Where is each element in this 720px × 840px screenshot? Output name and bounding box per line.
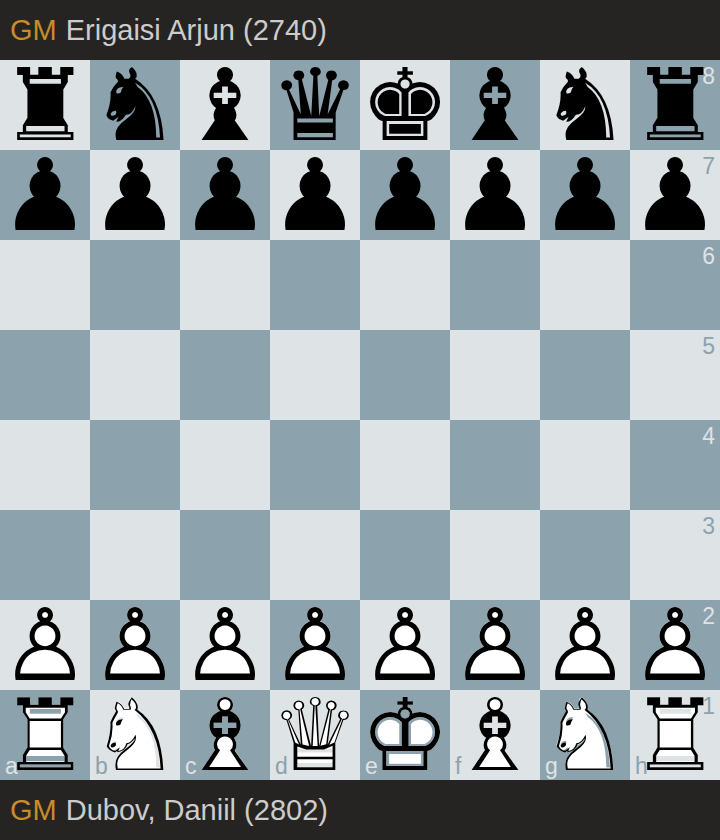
black-pawn[interactable]: ♟ xyxy=(540,150,630,240)
square-d4[interactable] xyxy=(270,420,360,510)
black-piece-glyph: ♟ xyxy=(630,150,720,240)
white-piece-outline: ♘ xyxy=(90,690,180,780)
black-piece-glyph: ♟ xyxy=(90,150,180,240)
square-f6[interactable] xyxy=(450,240,540,330)
black-pawn[interactable]: ♟ xyxy=(90,150,180,240)
square-a6[interactable] xyxy=(0,240,90,330)
white-piece-outline: ♘ xyxy=(540,690,630,780)
square-g6[interactable] xyxy=(540,240,630,330)
square-d1[interactable]: ♛♕d xyxy=(270,690,360,780)
square-c1[interactable]: ♝♗c xyxy=(180,690,270,780)
square-e7[interactable]: ♟ xyxy=(360,150,450,240)
white-knight[interactable]: ♞♘ xyxy=(540,690,630,780)
chess-game-view: GM Erigaisi Arjun (2740) ♜♞♝♛♚♝♞♜8♟♟♟♟♟♟… xyxy=(0,0,720,840)
black-piece-glyph: ♟ xyxy=(180,150,270,240)
square-h5[interactable]: 5 xyxy=(630,330,720,420)
square-h4[interactable]: 4 xyxy=(630,420,720,510)
square-a5[interactable] xyxy=(0,330,90,420)
square-c4[interactable] xyxy=(180,420,270,510)
square-b4[interactable] xyxy=(90,420,180,510)
square-c7[interactable]: ♟ xyxy=(180,150,270,240)
black-pawn[interactable]: ♟ xyxy=(450,150,540,240)
square-e6[interactable] xyxy=(360,240,450,330)
square-g5[interactable] xyxy=(540,330,630,420)
coord-rank-4: 4 xyxy=(702,425,715,448)
square-f1[interactable]: ♝♗f xyxy=(450,690,540,780)
white-rook[interactable]: ♜♖ xyxy=(630,690,720,780)
white-piece-outline: ♕ xyxy=(270,690,360,780)
square-f7[interactable]: ♟ xyxy=(450,150,540,240)
square-d5[interactable] xyxy=(270,330,360,420)
square-b1[interactable]: ♞♘b xyxy=(90,690,180,780)
square-e1[interactable]: ♚♔e xyxy=(360,690,450,780)
square-d7[interactable]: ♟ xyxy=(270,150,360,240)
black-pawn[interactable]: ♟ xyxy=(180,150,270,240)
chess-board[interactable]: ♜♞♝♛♚♝♞♜8♟♟♟♟♟♟♟♟76543♟♙♟♙♟♙♟♙♟♙♟♙♟♙♟♙2♜… xyxy=(0,60,720,780)
square-g4[interactable] xyxy=(540,420,630,510)
white-bishop[interactable]: ♝♗ xyxy=(180,690,270,780)
player-top-name: Erigaisi Arjun (2740) xyxy=(66,14,327,47)
white-queen[interactable]: ♛♕ xyxy=(270,690,360,780)
white-piece-outline: ♗ xyxy=(450,690,540,780)
square-c5[interactable] xyxy=(180,330,270,420)
white-knight[interactable]: ♞♘ xyxy=(90,690,180,780)
white-piece-outline: ♖ xyxy=(0,690,90,780)
black-piece-glyph: ♟ xyxy=(450,150,540,240)
coord-rank-3: 3 xyxy=(702,515,715,538)
black-piece-glyph: ♟ xyxy=(540,150,630,240)
coord-rank-5: 5 xyxy=(702,335,715,358)
player-bottom-name: Dubov, Daniil (2802) xyxy=(66,794,328,827)
white-rook[interactable]: ♜♖ xyxy=(0,690,90,780)
black-pawn[interactable]: ♟ xyxy=(630,150,720,240)
square-f5[interactable] xyxy=(450,330,540,420)
black-piece-glyph: ♟ xyxy=(360,150,450,240)
square-b7[interactable]: ♟ xyxy=(90,150,180,240)
square-e4[interactable] xyxy=(360,420,450,510)
square-c6[interactable] xyxy=(180,240,270,330)
square-a1[interactable]: ♜♖a xyxy=(0,690,90,780)
player-bottom-title-badge: GM xyxy=(10,794,57,827)
white-bishop[interactable]: ♝♗ xyxy=(450,690,540,780)
square-d6[interactable] xyxy=(270,240,360,330)
square-b6[interactable] xyxy=(90,240,180,330)
black-piece-glyph: ♟ xyxy=(270,150,360,240)
square-b5[interactable] xyxy=(90,330,180,420)
black-pawn[interactable]: ♟ xyxy=(360,150,450,240)
square-h1[interactable]: ♜♖1h xyxy=(630,690,720,780)
black-pawn[interactable]: ♟ xyxy=(0,150,90,240)
square-e5[interactable] xyxy=(360,330,450,420)
square-h7[interactable]: ♟7 xyxy=(630,150,720,240)
black-pawn[interactable]: ♟ xyxy=(270,150,360,240)
white-piece-outline: ♗ xyxy=(180,690,270,780)
square-f4[interactable] xyxy=(450,420,540,510)
white-piece-outline: ♔ xyxy=(360,690,450,780)
white-piece-outline: ♖ xyxy=(630,690,720,780)
square-h6[interactable]: 6 xyxy=(630,240,720,330)
square-g7[interactable]: ♟ xyxy=(540,150,630,240)
square-a7[interactable]: ♟ xyxy=(0,150,90,240)
square-a4[interactable] xyxy=(0,420,90,510)
white-king[interactable]: ♚♔ xyxy=(360,690,450,780)
black-piece-glyph: ♟ xyxy=(0,150,90,240)
square-g1[interactable]: ♞♘g xyxy=(540,690,630,780)
player-top-title-badge: GM xyxy=(10,14,57,47)
